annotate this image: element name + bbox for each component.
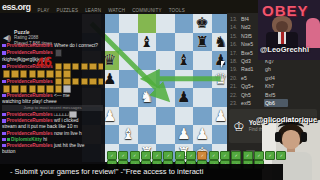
poster-social-handle: @LeoGrechhi [260,45,309,54]
combo-counter: 46 [35,53,52,71]
gold-emote-icon [20,85,28,93]
chat-overlay-panel: ◀)) Puzzle Rating 2088 Played 7,586 time… [0,13,105,166]
chat-username[interactable]: ProvidenceRumbles [7,112,54,117]
square-d8[interactable] [138,14,157,33]
square-c8[interactable] [119,14,138,33]
gold-emote-icon [89,78,97,86]
move-number: 21. [230,82,240,90]
move-number: 22. [230,91,240,99]
chat-username[interactable]: ProvidenceRumbles [7,143,54,148]
move-row: 20.e5gxf4 [230,74,288,82]
chat-message: ProvidenceRumbles □□□□□ [2,111,103,119]
move-number: 14. [230,23,240,31]
square-c4[interactable] [119,88,138,107]
chat-username[interactable]: ProvidenceRumbles [7,79,54,84]
square-g5[interactable] [193,70,212,89]
square-g6[interactable] [193,51,212,70]
square-c6[interactable] [119,51,138,70]
sub-badge-icon [2,80,6,84]
sub-badge-icon [2,94,6,98]
move-san[interactable]: gh [264,65,288,73]
square-e6[interactable] [156,51,175,70]
caption-text: - Submit your games for review!" -"Free … [10,164,283,180]
gold-emote-icon [63,63,71,71]
move-row: 22.Qh5Bxf5 [230,91,288,99]
gold-emote-icon [3,85,11,93]
gold-emote-icon [55,78,63,86]
square-g3[interactable] [193,107,212,126]
gold-emote-icon [3,70,11,78]
gold-emote-icon [81,63,89,71]
square-d4[interactable]: ♞ [138,88,157,107]
move-san[interactable]: Qb6 [264,99,288,107]
black-pawn-f4[interactable]: ♟ [175,88,194,107]
sub-badge-icon [2,132,6,136]
black-bishop-d7[interactable]: ♝ [138,33,157,52]
move-row: 19.Rad1gh [230,65,288,73]
gold-emote-icon [55,70,63,78]
move-number: 15. [230,32,240,40]
move-number: 18. [230,57,240,65]
chat-message: ProvidenceRumbles [2,78,103,86]
square-f8[interactable] [175,14,194,33]
ghost-emote-icon [63,85,71,93]
move-san[interactable]: Qh5 [240,91,264,99]
white-king-icon: ♔ [233,119,245,134]
streamer-face [282,130,300,149]
move-san[interactable]: Bxf5 [264,91,288,99]
chat-username[interactable]: ProvidenceRumbles [7,43,54,48]
square-f5[interactable] [175,70,194,89]
caption-bar: - Submit your games for review!" -"Free … [0,164,283,180]
square-e2[interactable] [156,125,175,144]
gold-emote-icon [11,70,19,78]
gold-emote-icon [63,78,71,86]
square-d3[interactable] [138,107,157,126]
square-e3[interactable] [156,107,175,126]
move-san[interactable]: exf5 [240,99,264,107]
nav-item-community[interactable]: COMMUNITY [132,8,162,13]
chat-username[interactable]: ProvidenceRumbles [7,118,54,123]
sub-badge-icon [2,144,6,148]
nav-item-watch[interactable]: WATCH [108,8,125,13]
black-king-g8[interactable]: ♚ [193,14,212,33]
sub-badge-icon [2,65,6,69]
gold-emote-icon [72,63,80,71]
chat-message [2,85,103,93]
sub-badge-icon [2,138,6,142]
streak-cell-solved: ✓ [276,151,286,160]
nav-item-tools[interactable]: TOOLS [169,8,185,13]
gold-emote-icon [37,70,45,78]
nav-item-play[interactable]: PLAY [38,8,50,13]
square-d5[interactable] [138,70,157,89]
ghost-emote-icon [69,111,77,119]
white-pawn-f2[interactable]: ♟ [175,125,194,144]
square-d6[interactable] [138,51,157,70]
gold-emote-icon [29,85,37,93]
square-f7[interactable] [175,33,194,52]
gold-emote-icon [55,49,63,57]
nav-item-puzzles[interactable]: PUZZLES [57,8,79,13]
square-e4[interactable] [156,88,175,107]
webcam-social-handle: @glicodiatorique [256,115,317,124]
chat-messages[interactable]: ProvidenceRumbles Where do i connect?Pro… [2,43,103,155]
square-g7[interactable]: ♜ [193,33,212,52]
move-san[interactable]: Rad1 [240,65,264,73]
top-navbar: ess.org PLAYPUZZLESLEARNWATCHCOMMUNITYTO… [0,0,258,13]
square-c3[interactable] [119,107,138,126]
square-c2[interactable]: ♝ [119,125,138,144]
move-san[interactable]: e5 [240,74,264,82]
white-bishop-c2[interactable]: ♝ [119,125,138,144]
square-c5[interactable] [119,70,138,89]
move-number: 19. [230,65,240,73]
move-number: 20. [230,74,240,82]
chat-username[interactable]: DiplomixKitty [11,137,43,142]
chat-username[interactable]: ProvidenceRumbles [7,131,54,136]
streak-cell-solved: ✓ [265,151,275,160]
move-san[interactable]: Kh7 [264,82,288,90]
gold-emote-icon [46,85,54,93]
square-e5[interactable] [156,70,175,89]
square-g4[interactable] [193,88,212,107]
sub-badge-icon [2,44,6,48]
sub-badge-icon [2,119,6,123]
gold-emote-icon [37,85,45,93]
sub-badge-icon [2,51,6,55]
gold-emote-icon [20,70,28,78]
gold-emote-icon [55,85,63,93]
sub-badge-icon [7,138,11,142]
mouse-cursor [221,61,225,68]
stream-frame: ♚♝♜♞♛♝♟♟♛♞♟♟♟♝♟♟♜♜♚ ess.org PLAYPUZZLESL… [0,0,320,180]
square-f3[interactable] [175,107,194,126]
move-number: 17. [230,49,240,57]
gold-emote-icon [81,78,89,86]
move-number: 23. [230,99,240,107]
square-f6[interactable]: ♝ [175,51,194,70]
square-d2[interactable] [138,125,157,144]
chat-username[interactable]: ProvidenceRumbles [7,93,54,98]
nav-item-learn[interactable]: LEARN [85,8,101,13]
square-c7[interactable] [119,33,138,52]
chat-message [2,70,103,78]
square-f4[interactable]: ♟ [175,88,194,107]
black-rook-g7[interactable]: ♜ [193,33,212,52]
gold-emote-icon [63,70,71,78]
move-number: 13. [230,15,240,23]
pink-figure-graphic [306,18,320,48]
chat-message: button [2,149,103,155]
square-d7[interactable]: ♝ [138,33,157,52]
gold-emote-icon [89,63,97,71]
white-pawn-g2[interactable]: ♟ [193,125,212,144]
chat-message: ProvidenceRumbles [2,49,103,57]
gold-emote-icon [98,63,103,71]
gold-emote-icon [46,70,54,78]
nav-items: PLAYPUZZLESLEARNWATCHCOMMUNITYTOOLS [31,0,185,16]
move-row: 23.exf5Qb6 [230,99,288,107]
sub-badge-icon [2,113,6,117]
gold-emote-icon [72,78,80,86]
move-row: 21.Qg5+Kh7 [230,82,288,90]
square-g8[interactable]: ♚ [193,14,212,33]
volume-icon[interactable]: ◀)) [3,34,10,42]
gold-emote-icon [11,85,19,93]
white-knight-d4[interactable]: ♞ [138,88,157,107]
square-e8[interactable] [156,14,175,33]
site-logo[interactable]: ess.org [2,2,31,12]
move-san[interactable]: gxf4 [264,74,288,82]
gold-emote-icon [29,70,37,78]
square-e7[interactable] [156,33,175,52]
gold-emote-icon [55,63,63,71]
gold-emote-icon [98,78,103,86]
black-bishop-f6[interactable]: ♝ [175,51,194,70]
move-san[interactable]: Qg5+ [240,82,264,90]
square-g2[interactable]: ♟ [193,125,212,144]
move-number: 16. [230,40,240,48]
square-f2[interactable]: ♟ [175,125,194,144]
